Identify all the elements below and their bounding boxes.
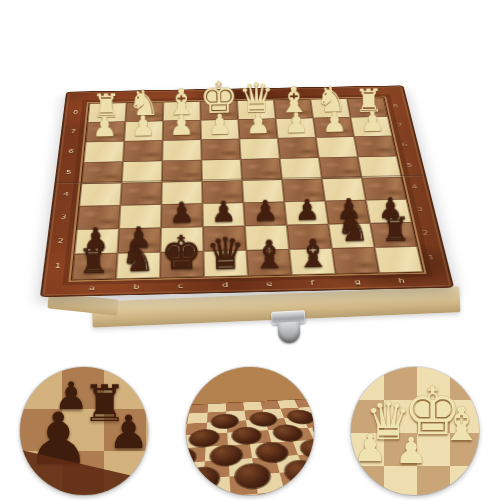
inset-white-pawn-piece: ♟ xyxy=(395,433,427,469)
checkers-disc xyxy=(234,463,272,490)
square-a7: ♟ xyxy=(86,122,126,142)
square-f4 xyxy=(282,179,325,202)
product-photo: ♜♞♝♚♛♝♞♜♟♟♟♟♟♟♟♟♟♟♟♟♟♟♟♟♞♜♜♞♚♛♝♝ 8765432… xyxy=(0,0,500,500)
coordinate-labels: 8765432187654321abcdefgh xyxy=(66,85,403,91)
white-knight-piece: ♞ xyxy=(315,81,348,117)
square-a6 xyxy=(84,141,125,162)
inset-checkers xyxy=(186,367,314,495)
square-h7: ♟ xyxy=(350,117,392,137)
square-d7: ♟ xyxy=(201,119,240,139)
square-f2 xyxy=(287,224,332,249)
coord-rank-7-left: 7 xyxy=(70,129,76,134)
square-a8: ♜ xyxy=(88,103,127,123)
square-b7: ♟ xyxy=(124,121,163,141)
square-e1: ♝ xyxy=(246,249,291,275)
coord-rank-5-left: 5 xyxy=(65,170,71,175)
white-rook-piece: ♜ xyxy=(92,89,121,122)
coord-rank-5-right: 5 xyxy=(406,163,413,168)
square-c6 xyxy=(162,140,201,161)
square-g7: ♟ xyxy=(313,117,354,137)
checkers-disc xyxy=(211,414,239,430)
coord-file-g: g xyxy=(354,279,361,285)
coord-file-f: f xyxy=(310,280,314,286)
square-g1 xyxy=(332,247,379,273)
square-f7: ♟ xyxy=(276,118,316,138)
white-bishop-piece: ♝ xyxy=(278,82,311,118)
square-h8: ♜ xyxy=(347,98,388,117)
coord-file-e: e xyxy=(266,281,273,287)
square-b1: ♞ xyxy=(116,252,161,279)
checkers-disc xyxy=(210,444,243,466)
coord-rank-8-left: 8 xyxy=(73,110,79,114)
square-b2: ♟ xyxy=(118,228,161,253)
inset-white-pieces: ♛♚♝♟♟ xyxy=(351,367,479,495)
square-f6 xyxy=(278,137,319,158)
square-f3: ♟ xyxy=(284,201,328,225)
coord-file-a: a xyxy=(89,285,96,291)
metal-clasp-icon xyxy=(268,310,310,352)
square-c3: ♟ xyxy=(161,204,203,228)
checkers-disc xyxy=(188,429,219,448)
inset-dark-pawn-piece: ♟ xyxy=(108,409,148,455)
square-h4 xyxy=(362,177,407,200)
square-g2: ♞ xyxy=(328,223,374,248)
square-d4 xyxy=(202,181,243,204)
square-a4 xyxy=(79,183,121,206)
square-b3 xyxy=(119,204,161,228)
checkers-disc xyxy=(286,410,314,425)
coord-file-d: d xyxy=(222,282,229,288)
coord-rank-2-right: 2 xyxy=(422,230,429,236)
inset-checkers-content xyxy=(186,367,314,495)
inset-dark-pieces: ♟♜♟♟ xyxy=(20,367,148,495)
square-c1: ♚ xyxy=(160,251,204,278)
coord-file-b: b xyxy=(133,284,140,290)
square-e6 xyxy=(239,138,279,159)
chess-board: ♜♞♝♚♛♝♞♜♟♟♟♟♟♟♟♟♟♟♟♟♟♟♟♟♞♜♜♞♚♛♝♝ 8765432… xyxy=(40,85,454,297)
square-a3 xyxy=(77,205,121,229)
square-c8: ♝ xyxy=(163,101,201,120)
square-g3: ♟ xyxy=(325,200,370,224)
checkers-disc xyxy=(255,442,291,464)
coord-file-c: c xyxy=(178,283,184,289)
checkers-disc xyxy=(271,424,305,442)
white-queen-piece: ♛ xyxy=(238,78,275,119)
coord-rank-7-right: 7 xyxy=(397,123,403,127)
checkers-disc xyxy=(249,412,279,427)
square-e4 xyxy=(242,180,284,203)
square-d8: ♚ xyxy=(200,101,238,120)
board-grid: ♜♞♝♚♛♝♞♜♟♟♟♟♟♟♟♟♟♟♟♟♟♟♟♟♞♜♜♞♚♛♝♝ xyxy=(71,97,424,280)
square-f8: ♝ xyxy=(274,99,313,118)
square-b8: ♞ xyxy=(125,102,163,122)
white-king-piece: ♚ xyxy=(199,76,239,120)
checkers-disc xyxy=(232,427,263,445)
coord-rank-4-right: 4 xyxy=(411,185,418,190)
square-b4 xyxy=(120,182,162,205)
coord-rank-3-right: 3 xyxy=(416,207,423,212)
square-h3: ♟ xyxy=(366,199,412,223)
inset-white-pawn-piece: ♟ xyxy=(353,429,387,467)
square-b6 xyxy=(123,140,163,161)
coord-rank-1-right: 1 xyxy=(428,255,436,261)
white-bishop-piece: ♝ xyxy=(165,84,198,120)
coord-rank-8-right: 8 xyxy=(392,104,398,108)
square-e7: ♟ xyxy=(238,119,277,139)
square-h6 xyxy=(354,136,397,157)
square-a2: ♟ xyxy=(74,229,119,254)
square-a1: ♜ xyxy=(72,253,118,280)
coord-rank-3-left: 3 xyxy=(60,215,67,220)
square-g4 xyxy=(322,178,366,201)
white-rook-piece: ♜ xyxy=(354,84,383,116)
square-f1: ♝ xyxy=(289,248,335,274)
square-c4 xyxy=(161,181,202,204)
inset-white-bishop-piece: ♝ xyxy=(441,401,479,447)
coord-rank-6-left: 6 xyxy=(68,149,74,154)
square-g6 xyxy=(316,137,358,158)
square-g8: ♞ xyxy=(310,99,350,118)
square-c2 xyxy=(161,227,204,252)
square-d1: ♛ xyxy=(204,250,248,277)
square-e2 xyxy=(245,225,289,250)
square-d2 xyxy=(203,226,246,251)
black-king-piece: ♚ xyxy=(160,230,202,277)
inset-dark-pawn-piece: ♟ xyxy=(54,377,88,415)
square-d6 xyxy=(201,139,241,160)
square-h1 xyxy=(375,246,423,272)
coord-rank-4-left: 4 xyxy=(63,192,69,197)
square-h2: ♜ xyxy=(370,222,417,247)
checkers-disc xyxy=(310,422,314,440)
clasp-hasp xyxy=(278,321,301,343)
coord-file-h: h xyxy=(398,278,405,284)
square-e8: ♛ xyxy=(237,100,276,119)
square-c7: ♟ xyxy=(163,120,201,140)
white-knight-piece: ♞ xyxy=(127,85,160,121)
coord-rank-1-left: 1 xyxy=(54,263,61,269)
inset-white-pieces-content: ♛♚♝♟♟ xyxy=(351,367,479,495)
square-e3: ♟ xyxy=(243,202,286,226)
coord-rank-6-right: 6 xyxy=(401,143,408,148)
coord-rank-2-left: 2 xyxy=(57,238,64,244)
square-d3: ♟ xyxy=(202,203,244,227)
